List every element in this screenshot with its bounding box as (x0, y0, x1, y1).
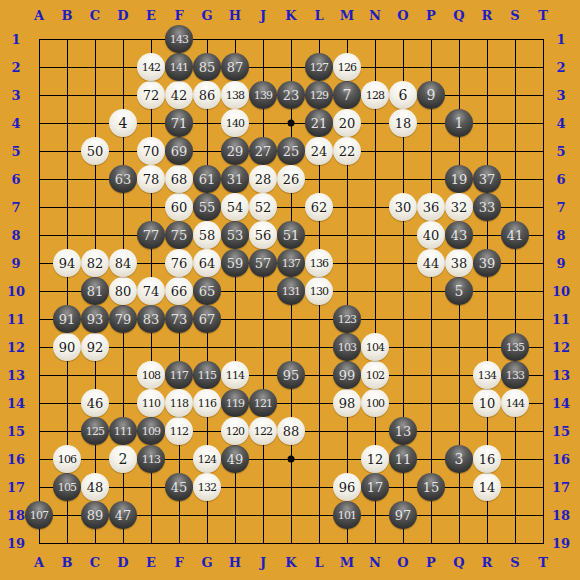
black-stone-125: 125 (81, 417, 109, 445)
move-number: 24 (311, 144, 328, 159)
move-number: 138 (226, 89, 245, 102)
white-stone-16: 16 (473, 445, 501, 473)
white-stone-96: 96 (333, 473, 361, 501)
black-stone-73: 73 (165, 305, 193, 333)
white-stone-132: 132 (193, 473, 221, 501)
move-number: 19 (451, 172, 468, 187)
black-stone-1: 1 (445, 109, 473, 137)
move-number: 14 (479, 480, 496, 495)
move-number: 108 (142, 369, 161, 382)
white-stone-56: 56 (249, 221, 277, 249)
white-stone-94: 94 (53, 249, 81, 277)
move-number: 62 (311, 200, 328, 215)
move-number: 50 (87, 144, 104, 159)
white-stone-38: 38 (445, 249, 473, 277)
move-number: 10 (479, 396, 496, 411)
move-number: 20 (339, 116, 356, 131)
coordinate-label: 10 (552, 285, 570, 298)
white-stone-24: 24 (305, 137, 333, 165)
white-stone-102: 102 (361, 361, 389, 389)
coordinate-label: L (314, 556, 323, 569)
black-stone-13: 13 (389, 417, 417, 445)
move-number: 5 (455, 283, 464, 299)
move-number: 49 (227, 452, 244, 467)
move-number: 30 (395, 200, 412, 215)
move-number: 25 (283, 144, 300, 159)
coordinate-label: 1 (11, 33, 20, 46)
move-number: 96 (339, 480, 356, 495)
white-stone-12: 12 (361, 445, 389, 473)
black-stone-7: 7 (333, 81, 361, 109)
move-number: 59 (227, 256, 244, 271)
coordinate-label: D (117, 9, 128, 22)
black-stone-89: 89 (81, 501, 109, 529)
coordinate-label: F (174, 9, 183, 22)
move-number: 90 (59, 340, 76, 355)
move-number: 94 (59, 256, 76, 271)
move-number: 64 (199, 256, 216, 271)
move-number: 120 (226, 425, 245, 438)
move-number: 79 (115, 312, 132, 327)
white-stone-14: 14 (473, 473, 501, 501)
move-number: 89 (87, 508, 104, 523)
white-stone-44: 44 (417, 249, 445, 277)
white-stone-26: 26 (277, 165, 305, 193)
move-number: 125 (86, 425, 105, 438)
move-number: 4 (119, 115, 128, 131)
white-stone-46: 46 (81, 389, 109, 417)
coordinate-label: S (510, 556, 519, 569)
move-number: 111 (114, 425, 133, 438)
coordinate-label: C (90, 9, 100, 22)
white-stone-74: 74 (137, 277, 165, 305)
white-stone-66: 66 (165, 277, 193, 305)
black-stone-59: 59 (221, 249, 249, 277)
white-stone-32: 32 (445, 193, 473, 221)
move-number: 134 (478, 369, 497, 382)
coordinate-label: D (117, 556, 128, 569)
black-stone-101: 101 (333, 501, 361, 529)
move-number: 104 (366, 341, 385, 354)
move-number: 124 (198, 453, 217, 466)
black-stone-141: 141 (165, 53, 193, 81)
black-stone-43: 43 (445, 221, 473, 249)
move-number: 2 (119, 451, 128, 467)
black-stone-11: 11 (389, 445, 417, 473)
coordinate-label: 6 (556, 173, 565, 186)
move-number: 92 (87, 340, 104, 355)
white-stone-58: 58 (193, 221, 221, 249)
coordinate-label: C (90, 556, 100, 569)
white-stone-124: 124 (193, 445, 221, 473)
black-stone-57: 57 (249, 249, 277, 277)
move-number: 87 (227, 60, 244, 75)
black-stone-81: 81 (81, 277, 109, 305)
coordinate-label: 12 (552, 341, 570, 354)
coordinate-label: 16 (552, 453, 570, 466)
move-number: 13 (395, 424, 412, 439)
coordinate-label: 5 (11, 145, 20, 158)
black-stone-45: 45 (165, 473, 193, 501)
move-number: 99 (339, 368, 356, 383)
move-number: 38 (451, 256, 468, 271)
move-number: 31 (227, 172, 244, 187)
white-stone-52: 52 (249, 193, 277, 221)
white-stone-118: 118 (165, 389, 193, 417)
coordinate-label: N (369, 556, 381, 569)
white-stone-84: 84 (109, 249, 137, 277)
black-stone-109: 109 (137, 417, 165, 445)
white-stone-20: 20 (333, 109, 361, 137)
black-stone-27: 27 (249, 137, 277, 165)
black-stone-93: 93 (81, 305, 109, 333)
move-number: 95 (283, 368, 300, 383)
move-number: 85 (199, 60, 216, 75)
move-number: 140 (226, 117, 245, 130)
white-stone-54: 54 (221, 193, 249, 221)
black-stone-23: 23 (277, 81, 305, 109)
coordinate-label: 17 (7, 481, 25, 494)
coordinate-label: H (229, 9, 241, 22)
black-stone-21: 21 (305, 109, 333, 137)
move-number: 65 (199, 284, 216, 299)
black-stone-77: 77 (137, 221, 165, 249)
black-stone-67: 67 (193, 305, 221, 333)
move-number: 46 (87, 396, 104, 411)
move-number: 52 (255, 200, 272, 215)
black-stone-79: 79 (109, 305, 137, 333)
white-stone-10: 10 (473, 389, 501, 417)
coordinate-label: 11 (552, 313, 570, 326)
move-number: 73 (171, 312, 188, 327)
coordinate-label: F (174, 556, 183, 569)
white-stone-18: 18 (389, 109, 417, 137)
white-stone-76: 76 (165, 249, 193, 277)
white-stone-72: 72 (137, 81, 165, 109)
black-stone-69: 69 (165, 137, 193, 165)
black-stone-119: 119 (221, 389, 249, 417)
star-point (288, 120, 295, 127)
black-stone-91: 91 (53, 305, 81, 333)
move-number: 56 (255, 228, 272, 243)
white-stone-116: 116 (193, 389, 221, 417)
move-number: 37 (479, 172, 496, 187)
white-stone-100: 100 (361, 389, 389, 417)
coordinate-label: 9 (11, 257, 20, 270)
black-stone-83: 83 (137, 305, 165, 333)
black-stone-107: 107 (25, 501, 53, 529)
move-number: 9 (427, 87, 436, 103)
white-stone-134: 134 (473, 361, 501, 389)
black-stone-75: 75 (165, 221, 193, 249)
white-stone-42: 42 (165, 81, 193, 109)
move-number: 103 (338, 341, 357, 354)
black-stone-131: 131 (277, 277, 305, 305)
black-stone-115: 115 (193, 361, 221, 389)
move-number: 81 (87, 284, 104, 299)
move-number: 130 (310, 285, 329, 298)
black-stone-95: 95 (277, 361, 305, 389)
move-number: 115 (198, 369, 217, 382)
white-stone-144: 144 (501, 389, 529, 417)
move-number: 47 (115, 508, 132, 523)
coordinate-label: O (397, 9, 408, 22)
white-stone-90: 90 (53, 333, 81, 361)
white-stone-50: 50 (81, 137, 109, 165)
white-stone-122: 122 (249, 417, 277, 445)
move-number: 128 (366, 89, 385, 102)
coordinate-label: Q (453, 9, 464, 22)
black-stone-39: 39 (473, 249, 501, 277)
move-number: 26 (283, 172, 300, 187)
coordinate-label: B (62, 556, 73, 569)
move-number: 84 (115, 256, 132, 271)
black-stone-133: 133 (501, 361, 529, 389)
move-number: 29 (227, 144, 244, 159)
move-number: 136 (310, 257, 329, 270)
move-number: 133 (506, 369, 525, 382)
coordinate-label: 18 (552, 509, 570, 522)
move-number: 61 (199, 172, 216, 187)
coordinate-label: 8 (11, 229, 20, 242)
coordinate-label: 13 (552, 369, 570, 382)
move-number: 117 (170, 369, 189, 382)
move-number: 43 (451, 228, 468, 243)
white-stone-128: 128 (361, 81, 389, 109)
white-stone-126: 126 (333, 53, 361, 81)
move-number: 121 (254, 397, 273, 410)
coordinate-label: B (62, 9, 73, 22)
black-stone-121: 121 (249, 389, 277, 417)
white-stone-22: 22 (333, 137, 361, 165)
coordinate-label: 7 (556, 201, 565, 214)
move-number: 12 (367, 452, 384, 467)
white-stone-70: 70 (137, 137, 165, 165)
move-number: 109 (142, 425, 161, 438)
move-number: 51 (283, 228, 300, 243)
move-number: 113 (142, 453, 161, 466)
move-number: 80 (115, 284, 132, 299)
coordinate-label: 5 (556, 145, 565, 158)
move-number: 33 (479, 200, 496, 215)
move-number: 98 (339, 396, 356, 411)
coordinate-label: P (426, 9, 436, 22)
move-number: 119 (226, 397, 245, 410)
coordinate-label: Q (453, 556, 464, 569)
coordinate-label: O (397, 556, 408, 569)
move-number: 122 (254, 425, 273, 438)
move-number: 112 (170, 425, 189, 438)
move-number: 3 (455, 451, 464, 467)
move-number: 123 (338, 313, 357, 326)
move-number: 28 (255, 172, 272, 187)
coordinate-label: T (538, 9, 548, 22)
white-stone-36: 36 (417, 193, 445, 221)
white-stone-2: 2 (109, 445, 137, 473)
move-number: 39 (479, 256, 496, 271)
white-stone-68: 68 (165, 165, 193, 193)
black-stone-123: 123 (333, 305, 361, 333)
coordinate-label: J (260, 556, 266, 569)
move-number: 82 (87, 256, 104, 271)
black-stone-25: 25 (277, 137, 305, 165)
coordinate-label: 9 (556, 257, 565, 270)
white-stone-82: 82 (81, 249, 109, 277)
black-stone-111: 111 (109, 417, 137, 445)
coordinate-label: 10 (7, 285, 25, 298)
move-number: 106 (58, 453, 77, 466)
coordinate-label: 2 (556, 61, 565, 74)
move-number: 48 (87, 480, 104, 495)
coordinate-label: 17 (552, 481, 570, 494)
move-number: 16 (479, 452, 496, 467)
move-number: 6 (399, 87, 408, 103)
white-stone-110: 110 (137, 389, 165, 417)
move-number: 78 (143, 172, 160, 187)
white-stone-142: 142 (137, 53, 165, 81)
white-stone-78: 78 (137, 165, 165, 193)
white-stone-64: 64 (193, 249, 221, 277)
coordinate-label: 12 (7, 341, 25, 354)
move-number: 32 (451, 200, 468, 215)
move-number: 54 (227, 200, 244, 215)
move-number: 53 (227, 228, 244, 243)
black-stone-97: 97 (389, 501, 417, 529)
coordinate-label: E (146, 556, 156, 569)
move-number: 27 (255, 144, 272, 159)
black-stone-61: 61 (193, 165, 221, 193)
coordinate-label: 2 (11, 61, 20, 74)
coordinate-label: 6 (11, 173, 20, 186)
move-number: 114 (226, 369, 245, 382)
white-stone-138: 138 (221, 81, 249, 109)
black-stone-117: 117 (165, 361, 193, 389)
black-stone-9: 9 (417, 81, 445, 109)
black-stone-29: 29 (221, 137, 249, 165)
black-stone-135: 135 (501, 333, 529, 361)
white-stone-130: 130 (305, 277, 333, 305)
black-stone-15: 15 (417, 473, 445, 501)
black-stone-137: 137 (277, 249, 305, 277)
white-stone-80: 80 (109, 277, 137, 305)
move-number: 11 (395, 452, 412, 467)
move-number: 57 (255, 256, 272, 271)
move-number: 45 (171, 480, 188, 495)
coordinate-label: S (510, 9, 519, 22)
white-stone-104: 104 (361, 333, 389, 361)
move-number: 102 (366, 369, 385, 382)
move-number: 137 (282, 257, 301, 270)
coordinate-label: L (314, 9, 323, 22)
black-stone-127: 127 (305, 53, 333, 81)
move-number: 44 (423, 256, 440, 271)
white-stone-60: 60 (165, 193, 193, 221)
move-number: 97 (395, 508, 412, 523)
coordinate-label: P (426, 556, 436, 569)
black-stone-139: 139 (249, 81, 277, 109)
white-stone-98: 98 (333, 389, 361, 417)
black-stone-33: 33 (473, 193, 501, 221)
move-number: 70 (143, 144, 160, 159)
move-number: 131 (282, 285, 301, 298)
move-number: 88 (283, 424, 300, 439)
move-number: 110 (142, 397, 161, 410)
coordinate-label: 1 (556, 33, 565, 46)
move-number: 126 (338, 61, 357, 74)
white-stone-120: 120 (221, 417, 249, 445)
coordinate-label: G (201, 556, 212, 569)
move-number: 74 (143, 284, 160, 299)
white-stone-28: 28 (249, 165, 277, 193)
move-number: 129 (310, 89, 329, 102)
move-number: 116 (198, 397, 217, 410)
white-stone-140: 140 (221, 109, 249, 137)
white-stone-112: 112 (165, 417, 193, 445)
move-number: 83 (143, 312, 160, 327)
move-number: 143 (170, 33, 189, 46)
move-number: 41 (507, 228, 524, 243)
black-stone-113: 113 (137, 445, 165, 473)
move-number: 17 (367, 480, 384, 495)
coordinate-label: R (482, 9, 493, 22)
move-number: 135 (506, 341, 525, 354)
white-stone-48: 48 (81, 473, 109, 501)
go-kifu-diagram: ABCDEFGHJKLMNOPQRST ABCDEFGHJKLMNOPQRST … (0, 0, 580, 580)
black-stone-87: 87 (221, 53, 249, 81)
coordinate-label: 14 (552, 397, 570, 410)
move-number: 67 (199, 312, 216, 327)
white-stone-88: 88 (277, 417, 305, 445)
move-number: 23 (283, 88, 300, 103)
white-stone-92: 92 (81, 333, 109, 361)
move-number: 127 (310, 61, 329, 74)
move-number: 68 (171, 172, 188, 187)
coordinate-label: M (340, 556, 354, 569)
coordinate-label: H (229, 556, 241, 569)
coordinate-label: 19 (552, 537, 570, 550)
star-point (288, 456, 295, 463)
coordinate-label: 11 (7, 313, 25, 326)
black-stone-51: 51 (277, 221, 305, 249)
move-number: 144 (506, 397, 525, 410)
white-stone-108: 108 (137, 361, 165, 389)
black-stone-5: 5 (445, 277, 473, 305)
coordinate-label: E (146, 9, 156, 22)
black-stone-41: 41 (501, 221, 529, 249)
black-stone-55: 55 (193, 193, 221, 221)
move-number: 86 (199, 88, 216, 103)
move-number: 18 (395, 116, 412, 131)
move-number: 58 (199, 228, 216, 243)
coordinate-label: 3 (556, 89, 565, 102)
move-number: 7 (343, 87, 352, 103)
coordinate-label: K (285, 9, 296, 22)
coordinate-label: A (34, 9, 44, 22)
white-stone-106: 106 (53, 445, 81, 473)
move-number: 91 (59, 312, 76, 327)
move-number: 71 (171, 116, 188, 131)
move-number: 118 (170, 397, 189, 410)
white-stone-6: 6 (389, 81, 417, 109)
black-stone-105: 105 (53, 473, 81, 501)
move-number: 1 (455, 115, 464, 131)
black-stone-31: 31 (221, 165, 249, 193)
coordinate-label: G (201, 9, 212, 22)
white-stone-40: 40 (417, 221, 445, 249)
black-stone-99: 99 (333, 361, 361, 389)
move-number: 60 (171, 200, 188, 215)
white-stone-136: 136 (305, 249, 333, 277)
